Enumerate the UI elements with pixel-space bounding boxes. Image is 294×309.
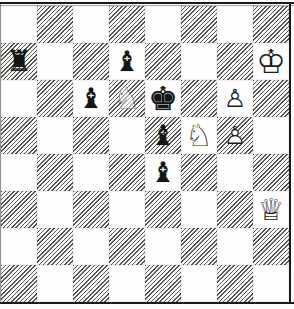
- square-g4: [217, 154, 253, 191]
- piece-white-knight-f5: ♞♘: [185, 120, 213, 151]
- square-c4: [73, 154, 109, 191]
- square-c5: [73, 117, 109, 154]
- square-c2: [73, 228, 109, 265]
- square-h3: ♛♕: [253, 191, 289, 228]
- black-bishop-glyph: ♝: [150, 122, 175, 150]
- square-a5: [1, 117, 37, 154]
- square-d2: [109, 228, 145, 265]
- square-c1: [73, 265, 109, 302]
- square-g5: ♟♙: [217, 117, 253, 154]
- square-c3: [73, 191, 109, 228]
- piece-white-pawn-g6: ♟♙: [224, 86, 246, 111]
- square-g7: [217, 43, 253, 80]
- square-f4: [181, 154, 217, 191]
- square-d8: [109, 6, 145, 43]
- square-f2: [181, 228, 217, 265]
- piece-black-bishop-c6: ♝: [78, 85, 103, 113]
- piece-black-bishop-e4: ♝: [150, 159, 175, 187]
- square-h7: ♚♔: [253, 43, 289, 80]
- piece-white-queen-h3: ♛♕: [258, 195, 285, 225]
- square-d6: ♞♘: [109, 80, 145, 117]
- square-c7: [73, 43, 109, 80]
- piece-white-pawn-g5: ♟♙: [224, 123, 246, 148]
- square-e3: [145, 191, 181, 228]
- square-e6: ♚: [145, 80, 181, 117]
- square-e7: [145, 43, 181, 80]
- square-h6: [253, 80, 289, 117]
- square-a4: [1, 154, 37, 191]
- square-g8: [217, 6, 253, 43]
- square-d7: ♝: [109, 43, 145, 80]
- white-queen-glyph: ♕: [258, 195, 285, 225]
- square-f8: [181, 6, 217, 43]
- square-a6: [1, 80, 37, 117]
- black-bishop-glyph: ♝: [114, 48, 139, 76]
- square-g3: [217, 191, 253, 228]
- square-e8: [145, 6, 181, 43]
- chess-diagram: ♜♝♚♔♝♞♘♚♟♙♝♞♘♟♙♝♛♕: [0, 0, 294, 309]
- white-knight-glyph: ♘: [113, 83, 141, 114]
- square-a3: [1, 191, 37, 228]
- square-a2: [1, 228, 37, 265]
- square-b8: [37, 6, 73, 43]
- square-f5: ♞♘: [181, 117, 217, 154]
- square-c6: ♝: [73, 80, 109, 117]
- black-king-glyph: ♚: [148, 82, 178, 115]
- piece-black-bishop-d7: ♝: [114, 48, 139, 76]
- black-bishop-glyph: ♝: [150, 159, 175, 187]
- square-e5: ♝: [145, 117, 181, 154]
- square-f7: [181, 43, 217, 80]
- square-b1: [37, 265, 73, 302]
- piece-white-knight-d6: ♞♘: [113, 83, 141, 114]
- square-h4: [253, 154, 289, 191]
- square-e4: ♝: [145, 154, 181, 191]
- piece-black-rook-a7: ♜: [6, 47, 32, 76]
- square-d5: [109, 117, 145, 154]
- square-a1: [1, 265, 37, 302]
- board-border-right: [289, 2, 291, 304]
- white-king-glyph: ♔: [256, 45, 286, 78]
- square-d1: [109, 265, 145, 302]
- white-pawn-glyph: ♙: [224, 86, 246, 111]
- square-b2: [37, 228, 73, 265]
- square-h2: [253, 228, 289, 265]
- board-border-bottom: [0, 302, 294, 304]
- piece-black-bishop-e5: ♝: [150, 122, 175, 150]
- square-b7: [37, 43, 73, 80]
- square-a7: ♜: [1, 43, 37, 80]
- board-border-top: [0, 2, 294, 4]
- square-d4: [109, 154, 145, 191]
- square-g2: [217, 228, 253, 265]
- square-c8: [73, 6, 109, 43]
- square-b4: [37, 154, 73, 191]
- square-h5: [253, 117, 289, 154]
- square-d3: [109, 191, 145, 228]
- square-b6: [37, 80, 73, 117]
- piece-white-king-h7: ♚♔: [256, 45, 286, 78]
- square-e1: [145, 265, 181, 302]
- square-f1: [181, 265, 217, 302]
- square-a8: [1, 6, 37, 43]
- square-g6: ♟♙: [217, 80, 253, 117]
- piece-black-king-e6: ♚: [148, 82, 178, 115]
- black-rook-glyph: ♜: [6, 47, 32, 76]
- chess-board: ♜♝♚♔♝♞♘♚♟♙♝♞♘♟♙♝♛♕: [1, 6, 289, 302]
- white-pawn-glyph: ♙: [224, 123, 246, 148]
- white-knight-glyph: ♘: [185, 120, 213, 151]
- square-f3: [181, 191, 217, 228]
- square-b3: [37, 191, 73, 228]
- square-e2: [145, 228, 181, 265]
- square-h8: [253, 6, 289, 43]
- square-b5: [37, 117, 73, 154]
- square-f6: [181, 80, 217, 117]
- square-g1: [217, 265, 253, 302]
- black-bishop-glyph: ♝: [78, 85, 103, 113]
- square-h1: [253, 265, 289, 302]
